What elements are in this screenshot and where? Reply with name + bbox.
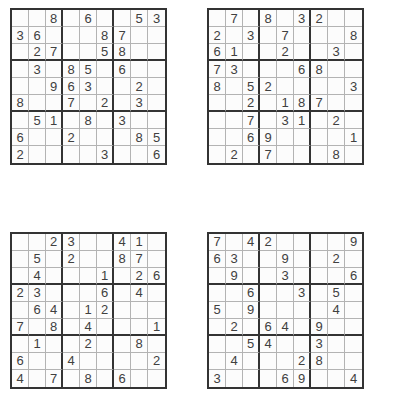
cell-r3c8[interactable] (328, 268, 345, 285)
cell-r4c3[interactable] (46, 61, 63, 78)
cell-r2c9[interactable] (345, 251, 362, 268)
cell-r2c9[interactable]: 8 (345, 27, 362, 44)
cell-r6c7[interactable]: 9 (311, 319, 328, 336)
cell-r5c3[interactable]: 4 (46, 302, 63, 319)
cell-r9c2[interactable] (226, 370, 243, 387)
cell-r6c2[interactable] (29, 319, 46, 336)
cell-r5c6[interactable] (97, 78, 114, 95)
cell-r9c9[interactable]: 6 (148, 146, 165, 163)
cell-r5c6[interactable] (294, 302, 311, 319)
cell-r9c6[interactable] (294, 146, 311, 163)
cell-r1c7[interactable] (114, 10, 131, 27)
cell-r2c3[interactable] (46, 27, 63, 44)
cell-r2c4[interactable]: 2 (63, 251, 80, 268)
cell-r6c8[interactable]: 3 (131, 95, 148, 112)
cell-r9c8[interactable] (131, 146, 148, 163)
cell-r6c5[interactable]: 1 (277, 95, 294, 112)
cell-r4c6[interactable]: 6 (294, 61, 311, 78)
cell-r2c7[interactable]: 8 (114, 251, 131, 268)
cell-r4c8[interactable] (131, 61, 148, 78)
cell-r9c9[interactable]: 4 (345, 370, 362, 387)
cell-r1c8[interactable]: 1 (131, 234, 148, 251)
cell-r9c4[interactable] (260, 370, 277, 387)
cell-r8c6[interactable] (294, 129, 311, 146)
cell-r7c6[interactable] (97, 336, 114, 353)
cell-r8c5[interactable] (277, 353, 294, 370)
cell-r1c3[interactable]: 8 (46, 10, 63, 27)
cell-r3c5[interactable]: 3 (277, 268, 294, 285)
cell-r8c2[interactable]: 4 (226, 353, 243, 370)
cell-r6c1[interactable]: 8 (12, 95, 29, 112)
cell-r6c9[interactable] (345, 319, 362, 336)
cell-r9c3[interactable] (243, 146, 260, 163)
cell-r1c9[interactable] (148, 234, 165, 251)
cell-r5c8[interactable]: 2 (131, 78, 148, 95)
cell-r8c1[interactable] (209, 129, 226, 146)
cell-r8c4[interactable]: 9 (260, 129, 277, 146)
cell-r6c3[interactable]: 2 (243, 95, 260, 112)
cell-r4c5[interactable] (80, 285, 97, 302)
cell-r4c7[interactable]: 8 (311, 61, 328, 78)
cell-r4c1[interactable]: 7 (209, 61, 226, 78)
cell-r1c2[interactable] (29, 10, 46, 27)
cell-r5c5[interactable] (277, 302, 294, 319)
cell-r4c4[interactable] (260, 61, 277, 78)
cell-r6c5[interactable]: 4 (277, 319, 294, 336)
cell-r7c3[interactable] (46, 336, 63, 353)
cell-r3c9[interactable] (148, 44, 165, 61)
cell-r8c6[interactable]: 2 (294, 353, 311, 370)
cell-r1c6[interactable] (294, 234, 311, 251)
cell-r7c3[interactable]: 1 (46, 112, 63, 129)
cell-r2c1[interactable]: 3 (12, 27, 29, 44)
cell-r5c6[interactable] (294, 78, 311, 95)
cell-r7c6[interactable] (294, 336, 311, 353)
cell-r8c5[interactable] (277, 129, 294, 146)
cell-r3c8[interactable] (131, 44, 148, 61)
cell-r5c1[interactable]: 8 (209, 78, 226, 95)
cell-r8c7[interactable] (114, 129, 131, 146)
cell-r2c8[interactable]: 7 (131, 251, 148, 268)
cell-r9c4[interactable]: 7 (260, 146, 277, 163)
cell-r2c5[interactable] (80, 251, 97, 268)
cell-r8c3[interactable] (46, 129, 63, 146)
cell-r7c8[interactable] (328, 336, 345, 353)
cell-r1c8[interactable] (328, 234, 345, 251)
cell-r9c1[interactable] (209, 146, 226, 163)
cell-r9c3[interactable] (46, 146, 63, 163)
cell-r3c4[interactable] (260, 268, 277, 285)
cell-r2c2[interactable] (226, 27, 243, 44)
cell-r8c1[interactable]: 6 (12, 129, 29, 146)
cell-r5c7[interactable] (311, 78, 328, 95)
cell-r6c4[interactable]: 7 (63, 95, 80, 112)
cell-r4c2[interactable]: 3 (29, 285, 46, 302)
cell-r5c7[interactable] (311, 302, 328, 319)
cell-r9c7[interactable] (114, 146, 131, 163)
cell-r4c8[interactable] (328, 61, 345, 78)
cell-r6c1[interactable] (209, 95, 226, 112)
cell-r6c9[interactable]: 1 (148, 319, 165, 336)
cell-r5c1[interactable] (12, 78, 29, 95)
cell-r9c7[interactable] (311, 146, 328, 163)
cell-r2c5[interactable]: 9 (277, 251, 294, 268)
cell-r1c1[interactable]: 7 (209, 234, 226, 251)
cell-r8c9[interactable]: 2 (148, 353, 165, 370)
cell-r9c3[interactable]: 7 (46, 370, 63, 387)
cell-r5c3[interactable]: 9 (243, 302, 260, 319)
cell-r8c4[interactable]: 2 (63, 129, 80, 146)
cell-r7c3[interactable]: 7 (243, 112, 260, 129)
cell-r4c9[interactable] (148, 285, 165, 302)
cell-r8c4[interactable] (260, 353, 277, 370)
cell-r4c6[interactable]: 3 (294, 285, 311, 302)
cell-r6c8[interactable] (328, 95, 345, 112)
cell-r1c8[interactable] (328, 10, 345, 27)
cell-r6c9[interactable] (148, 95, 165, 112)
cell-r4c2[interactable]: 3 (29, 61, 46, 78)
cell-r9c8[interactable] (328, 370, 345, 387)
cell-r3c6[interactable] (294, 44, 311, 61)
cell-r4c3[interactable] (46, 285, 63, 302)
cell-r9c7[interactable]: 6 (114, 370, 131, 387)
cell-r1c7[interactable] (311, 234, 328, 251)
cell-r9c7[interactable] (311, 370, 328, 387)
cell-r7c4[interactable]: 4 (260, 336, 277, 353)
cell-r1c5[interactable]: 6 (80, 10, 97, 27)
cell-r2c1[interactable]: 2 (209, 27, 226, 44)
cell-r8c2[interactable] (29, 353, 46, 370)
cell-r5c2[interactable]: 6 (29, 302, 46, 319)
cell-r7c4[interactable] (260, 112, 277, 129)
cell-r9c1[interactable]: 2 (12, 146, 29, 163)
cell-r5c2[interactable] (226, 302, 243, 319)
cell-r1c4[interactable]: 8 (260, 10, 277, 27)
cell-r9c5[interactable]: 6 (277, 370, 294, 387)
cell-r1c2[interactable]: 7 (226, 10, 243, 27)
cell-r7c9[interactable] (345, 336, 362, 353)
cell-r2c2[interactable]: 3 (226, 251, 243, 268)
cell-r7c6[interactable] (97, 112, 114, 129)
cell-r5c7[interactable] (114, 302, 131, 319)
cell-r3c4[interactable] (63, 268, 80, 285)
cell-r3c9[interactable] (345, 44, 362, 61)
cell-r7c4[interactable] (63, 112, 80, 129)
cell-r4c2[interactable] (226, 285, 243, 302)
cell-r3c8[interactable]: 3 (328, 44, 345, 61)
cell-r5c9[interactable] (345, 302, 362, 319)
cell-r2c7[interactable] (311, 251, 328, 268)
cell-r6c1[interactable] (209, 319, 226, 336)
cell-r3c6[interactable]: 1 (97, 268, 114, 285)
cell-r5c7[interactable] (114, 78, 131, 95)
cell-r5c4[interactable] (260, 302, 277, 319)
cell-r7c5[interactable]: 3 (277, 112, 294, 129)
cell-r5c9[interactable] (148, 78, 165, 95)
cell-r9c5[interactable] (277, 146, 294, 163)
cell-r6c9[interactable] (345, 95, 362, 112)
cell-r8c2[interactable] (226, 129, 243, 146)
cell-r7c2[interactable] (226, 336, 243, 353)
cell-r3c7[interactable] (114, 268, 131, 285)
cell-r5c3[interactable]: 5 (243, 78, 260, 95)
cell-r4c2[interactable]: 3 (226, 61, 243, 78)
cell-r8c8[interactable] (328, 353, 345, 370)
cell-r7c8[interactable]: 8 (131, 336, 148, 353)
cell-r9c6[interactable]: 3 (97, 146, 114, 163)
cell-r3c7[interactable] (311, 268, 328, 285)
cell-r3c7[interactable]: 8 (114, 44, 131, 61)
cell-r6c6[interactable]: 8 (294, 95, 311, 112)
cell-r7c1[interactable] (209, 112, 226, 129)
cell-r1c4[interactable]: 3 (63, 234, 80, 251)
cell-r8c8[interactable] (131, 353, 148, 370)
cell-r5c5[interactable]: 3 (80, 78, 97, 95)
cell-r9c6[interactable]: 9 (294, 370, 311, 387)
cell-r1c1[interactable] (12, 10, 29, 27)
cell-r2c8[interactable]: 2 (328, 251, 345, 268)
cell-r8c1[interactable]: 6 (12, 353, 29, 370)
cell-r4c7[interactable] (311, 285, 328, 302)
cell-r7c7[interactable] (311, 112, 328, 129)
cell-r2c2[interactable]: 6 (29, 27, 46, 44)
cell-r3c2[interactable]: 4 (29, 268, 46, 285)
cell-r2c6[interactable] (97, 251, 114, 268)
cell-r6c3[interactable] (243, 319, 260, 336)
cell-r2c9[interactable] (148, 27, 165, 44)
cell-r9c1[interactable]: 4 (12, 370, 29, 387)
cell-r6c6[interactable]: 2 (97, 95, 114, 112)
cell-r5c6[interactable]: 2 (97, 302, 114, 319)
cell-r3c6[interactable]: 5 (97, 44, 114, 61)
cell-r1c5[interactable] (277, 10, 294, 27)
cell-r4c4[interactable] (260, 285, 277, 302)
cell-r3c4[interactable] (260, 44, 277, 61)
cell-r5c4[interactable] (63, 302, 80, 319)
cell-r8c5[interactable] (80, 353, 97, 370)
cell-r9c9[interactable] (345, 146, 362, 163)
cell-r5c4[interactable]: 6 (63, 78, 80, 95)
cell-r5c5[interactable] (277, 78, 294, 95)
cell-r8c9[interactable] (345, 353, 362, 370)
cell-r7c1[interactable] (12, 112, 29, 129)
cell-r1c4[interactable]: 2 (260, 234, 277, 251)
cell-r9c8[interactable] (131, 370, 148, 387)
cell-r7c1[interactable] (12, 336, 29, 353)
cell-r3c3[interactable] (46, 268, 63, 285)
cell-r3c3[interactable] (243, 268, 260, 285)
cell-r3c1[interactable] (12, 44, 29, 61)
cell-r3c1[interactable] (209, 268, 226, 285)
cell-r8c9[interactable]: 5 (148, 129, 165, 146)
cell-r6c4[interactable]: 6 (260, 319, 277, 336)
cell-r1c9[interactable]: 9 (345, 234, 362, 251)
cell-r6c5[interactable]: 4 (80, 319, 97, 336)
cell-r7c1[interactable] (209, 336, 226, 353)
cell-r4c7[interactable]: 6 (114, 61, 131, 78)
cell-r3c4[interactable] (63, 44, 80, 61)
cell-r7c5[interactable] (277, 336, 294, 353)
cell-r8c3[interactable] (243, 353, 260, 370)
cell-r2c9[interactable] (148, 251, 165, 268)
cell-r5c1[interactable] (12, 302, 29, 319)
cell-r4c9[interactable] (345, 61, 362, 78)
cell-r7c7[interactable]: 3 (311, 336, 328, 353)
cell-r4c5[interactable] (277, 285, 294, 302)
cell-r6c3[interactable] (46, 95, 63, 112)
cell-r9c6[interactable] (97, 370, 114, 387)
cell-r9c5[interactable] (80, 146, 97, 163)
cell-r8c7[interactable] (311, 129, 328, 146)
cell-r3c9[interactable]: 6 (148, 268, 165, 285)
cell-r2c3[interactable] (46, 251, 63, 268)
cell-r9c4[interactable] (63, 146, 80, 163)
cell-r7c2[interactable]: 5 (29, 112, 46, 129)
cell-r7c8[interactable] (131, 112, 148, 129)
cell-r6c7[interactable] (114, 95, 131, 112)
cell-r2c1[interactable]: 6 (209, 251, 226, 268)
cell-r3c3[interactable]: 7 (46, 44, 63, 61)
cell-r9c2[interactable] (29, 146, 46, 163)
cell-r4c1[interactable] (12, 61, 29, 78)
cell-r3c6[interactable] (294, 268, 311, 285)
cell-r2c2[interactable]: 5 (29, 251, 46, 268)
cell-r3c1[interactable]: 6 (209, 44, 226, 61)
cell-r1c4[interactable] (63, 10, 80, 27)
cell-r5c3[interactable]: 9 (46, 78, 63, 95)
cell-r2c8[interactable] (328, 27, 345, 44)
cell-r8c2[interactable] (29, 129, 46, 146)
cell-r2c5[interactable]: 7 (277, 27, 294, 44)
cell-r5c4[interactable]: 2 (260, 78, 277, 95)
cell-r7c2[interactable] (226, 112, 243, 129)
cell-r1c3[interactable]: 2 (46, 234, 63, 251)
cell-r8c7[interactable]: 8 (311, 353, 328, 370)
cell-r2c8[interactable] (131, 27, 148, 44)
cell-r1c3[interactable] (243, 10, 260, 27)
cell-r9c3[interactable] (243, 370, 260, 387)
cell-r9c5[interactable]: 8 (80, 370, 97, 387)
cell-r8c6[interactable] (97, 353, 114, 370)
cell-r6c8[interactable] (131, 319, 148, 336)
cell-r4c4[interactable] (63, 285, 80, 302)
cell-r3c5[interactable] (80, 44, 97, 61)
cell-r6c5[interactable] (80, 95, 97, 112)
cell-r4c8[interactable]: 5 (328, 285, 345, 302)
cell-r7c2[interactable]: 1 (29, 336, 46, 353)
cell-r2c7[interactable]: 7 (114, 27, 131, 44)
cell-r4c3[interactable] (243, 61, 260, 78)
cell-r8c9[interactable]: 1 (345, 129, 362, 146)
cell-r9c2[interactable] (29, 370, 46, 387)
cell-r8c7[interactable] (114, 353, 131, 370)
cell-r3c3[interactable] (243, 44, 260, 61)
cell-r4c4[interactable]: 8 (63, 61, 80, 78)
cell-r2c6[interactable] (294, 251, 311, 268)
cell-r1c2[interactable] (29, 234, 46, 251)
cell-r7c4[interactable] (63, 336, 80, 353)
cell-r9c8[interactable]: 8 (328, 146, 345, 163)
cell-r9c9[interactable] (148, 370, 165, 387)
cell-r2c3[interactable]: 3 (243, 27, 260, 44)
cell-r3c2[interactable]: 1 (226, 44, 243, 61)
cell-r4c6[interactable]: 6 (97, 285, 114, 302)
cell-r7c7[interactable]: 3 (114, 112, 131, 129)
cell-r1c6[interactable] (97, 10, 114, 27)
cell-r7c9[interactable] (345, 112, 362, 129)
cell-r4c9[interactable] (148, 61, 165, 78)
cell-r3c8[interactable]: 2 (131, 268, 148, 285)
cell-r7c7[interactable] (114, 336, 131, 353)
cell-r1c6[interactable]: 3 (294, 10, 311, 27)
cell-r8c5[interactable] (80, 129, 97, 146)
cell-r5c9[interactable] (148, 302, 165, 319)
cell-r9c2[interactable]: 2 (226, 146, 243, 163)
cell-r3c7[interactable] (311, 44, 328, 61)
cell-r7c9[interactable] (148, 336, 165, 353)
cell-r4c8[interactable]: 4 (131, 285, 148, 302)
cell-r1c2[interactable] (226, 234, 243, 251)
cell-r4c1[interactable]: 2 (12, 285, 29, 302)
cell-r6c6[interactable] (97, 319, 114, 336)
cell-r4c6[interactable] (97, 61, 114, 78)
cell-r7c6[interactable]: 1 (294, 112, 311, 129)
cell-r3c9[interactable]: 6 (345, 268, 362, 285)
cell-r8c6[interactable] (97, 129, 114, 146)
cell-r5c9[interactable]: 3 (345, 78, 362, 95)
cell-r7c5[interactable]: 8 (80, 112, 97, 129)
cell-r1c5[interactable] (277, 234, 294, 251)
cell-r7c8[interactable]: 2 (328, 112, 345, 129)
cell-r7c5[interactable]: 2 (80, 336, 97, 353)
cell-r1c1[interactable] (209, 10, 226, 27)
cell-r2c6[interactable]: 8 (97, 27, 114, 44)
cell-r6c2[interactable]: 2 (226, 319, 243, 336)
cell-r1c9[interactable] (345, 10, 362, 27)
cell-r8c3[interactable] (46, 353, 63, 370)
cell-r4c7[interactable] (114, 285, 131, 302)
cell-r2c7[interactable] (311, 27, 328, 44)
cell-r6c7[interactable] (114, 319, 131, 336)
cell-r3c2[interactable]: 9 (226, 268, 243, 285)
cell-r7c3[interactable]: 5 (243, 336, 260, 353)
cell-r2c1[interactable] (12, 251, 29, 268)
cell-r6c7[interactable]: 7 (311, 95, 328, 112)
cell-r1c9[interactable]: 3 (148, 10, 165, 27)
cell-r1c3[interactable]: 4 (243, 234, 260, 251)
cell-r6c6[interactable] (294, 319, 311, 336)
cell-r1c7[interactable]: 2 (311, 10, 328, 27)
cell-r8c8[interactable] (328, 129, 345, 146)
cell-r5c8[interactable] (328, 78, 345, 95)
cell-r2c4[interactable] (260, 251, 277, 268)
cell-r5c8[interactable] (131, 302, 148, 319)
cell-r8c3[interactable]: 6 (243, 129, 260, 146)
cell-r6c4[interactable] (63, 319, 80, 336)
cell-r9c1[interactable]: 3 (209, 370, 226, 387)
cell-r6c8[interactable] (328, 319, 345, 336)
cell-r5c2[interactable] (226, 78, 243, 95)
cell-r2c3[interactable] (243, 251, 260, 268)
cell-r7c9[interactable] (148, 112, 165, 129)
cell-r5c1[interactable]: 5 (209, 302, 226, 319)
cell-r8c4[interactable]: 4 (63, 353, 80, 370)
cell-r6c3[interactable]: 8 (46, 319, 63, 336)
cell-r4c5[interactable] (277, 61, 294, 78)
cell-r2c6[interactable] (294, 27, 311, 44)
cell-r2c4[interactable] (260, 27, 277, 44)
cell-r4c9[interactable] (345, 285, 362, 302)
